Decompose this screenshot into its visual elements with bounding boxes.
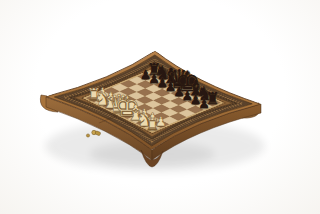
- pieces-layer: ♜♞♝♛♚♝♞♜♟♟♟♟♟♟♟♟♟♟♟♟♟♟♟♟♜♞♝♛♚♝♞♜: [0, 0, 320, 214]
- piece-white-rook: ♜: [145, 116, 159, 132]
- product-photo: ♜♞♝♛♚♝♞♜♟♟♟♟♟♟♟♟♟♟♟♟♟♟♟♟♜♞♝♛♚♝♞♜: [0, 0, 320, 214]
- piece-black-pawn: ♟: [198, 97, 210, 110]
